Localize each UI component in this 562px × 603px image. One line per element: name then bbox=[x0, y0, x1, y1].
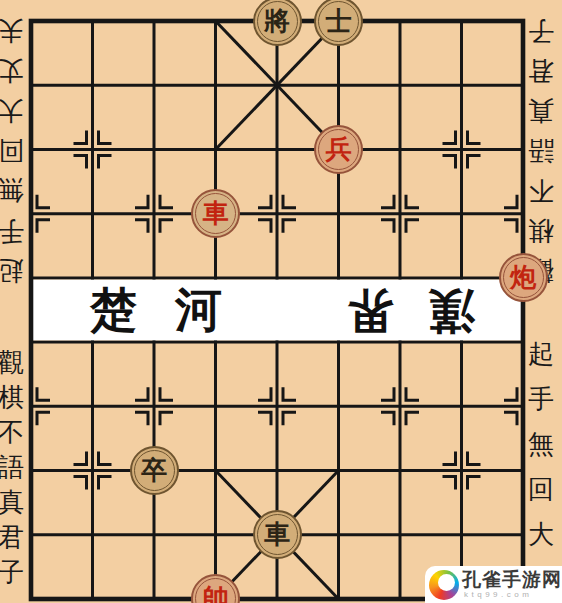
piece-label: 士 bbox=[326, 4, 352, 39]
site-url: ktq99.com bbox=[462, 591, 560, 599]
xiangqi-board: 起手無回大丈夫 觀棋不語真君子 觀棋不語真君子 起手無回大丈夫 楚河 漢界 將士… bbox=[0, 0, 562, 603]
site-watermark[interactable]: 孔雀手游网 ktq99.com bbox=[425, 566, 562, 603]
black-general[interactable]: 將 bbox=[253, 0, 302, 46]
watermark-text: 孔雀手游网 ktq99.com bbox=[462, 570, 560, 599]
black-advisor[interactable]: 士 bbox=[314, 0, 363, 46]
piece-label: 卒 bbox=[141, 453, 167, 488]
site-name: 孔雀手游网 bbox=[462, 570, 560, 589]
black-chariot[interactable]: 車 bbox=[253, 510, 302, 559]
red-general[interactable]: 帥 bbox=[191, 574, 240, 603]
piece-label: 車 bbox=[264, 517, 290, 552]
board-surface[interactable]: 將士兵車炮卒車帥 bbox=[0, 0, 554, 603]
red-soldier[interactable]: 兵 bbox=[314, 125, 363, 174]
peacock-logo-icon bbox=[429, 570, 459, 600]
red-chariot[interactable]: 車 bbox=[191, 189, 240, 238]
red-cannon[interactable]: 炮 bbox=[499, 253, 548, 302]
piece-label: 帥 bbox=[203, 581, 229, 603]
piece-label: 兵 bbox=[326, 132, 352, 167]
piece-label: 車 bbox=[203, 196, 229, 231]
piece-label: 將 bbox=[264, 4, 290, 39]
piece-label: 炮 bbox=[510, 260, 536, 295]
black-soldier[interactable]: 卒 bbox=[130, 446, 179, 495]
